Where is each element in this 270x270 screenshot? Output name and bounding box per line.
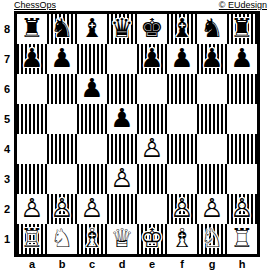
square-g7[interactable]: ♟ — [197, 44, 227, 74]
square-f2[interactable]: ♙ — [167, 194, 197, 224]
square-d6[interactable] — [107, 74, 137, 104]
square-e5[interactable] — [137, 104, 167, 134]
square-b1[interactable]: ♘ — [47, 224, 77, 254]
file-label-f: f — [167, 257, 197, 270]
square-c1[interactable]: ♗ — [77, 224, 107, 254]
piece-white-pawn-f2[interactable]: ♙ — [167, 194, 197, 224]
square-f3[interactable] — [167, 164, 197, 194]
file-label-g: g — [197, 257, 227, 270]
piece-white-pawn-g2[interactable]: ♙ — [197, 194, 227, 224]
square-c2[interactable]: ♙ — [77, 194, 107, 224]
piece-black-pawn-e7[interactable]: ♟ — [137, 44, 167, 74]
app-title: ChessOps — [14, 0, 56, 10]
piece-black-pawn-d5[interactable]: ♟ — [107, 104, 137, 134]
piece-black-knight-b8[interactable]: ♞ — [47, 14, 77, 44]
piece-white-pawn-d3[interactable]: ♙ — [107, 164, 137, 194]
piece-white-pawn-b2[interactable]: ♙ — [47, 194, 77, 224]
chess-board: ♜♞♝♛♚♝♞♜♟♟♟♟♟♟♟♟♙♙♙♙♙♙♙♙♖♘♗♕♔♗♘♖ — [14, 11, 260, 257]
square-f8[interactable]: ♝ — [167, 14, 197, 44]
square-d7[interactable] — [107, 44, 137, 74]
square-b8[interactable]: ♞ — [47, 14, 77, 44]
piece-white-queen-d1[interactable]: ♕ — [107, 224, 137, 254]
square-h8[interactable]: ♜ — [227, 14, 257, 44]
rank-labels: 87654321 — [0, 14, 14, 254]
rank-label-2: 2 — [0, 194, 14, 224]
square-a2[interactable]: ♙ — [17, 194, 47, 224]
square-g5[interactable] — [197, 104, 227, 134]
chessops-window: ChessOps © EUdesign 87654321 ♜♞♝♛♚♝♞♜♟♟♟… — [0, 0, 270, 270]
square-c4[interactable] — [77, 134, 107, 164]
square-f4[interactable] — [167, 134, 197, 164]
rank-label-8: 8 — [0, 14, 14, 44]
piece-black-pawn-b7[interactable]: ♟ — [47, 44, 77, 74]
file-labels: abcdefgh — [17, 257, 257, 270]
piece-white-rook-h1[interactable]: ♖ — [227, 224, 257, 254]
title-bar: ChessOps © EUdesign — [14, 0, 267, 11]
piece-white-rook-a1[interactable]: ♖ — [17, 224, 47, 254]
square-e8[interactable]: ♚ — [137, 14, 167, 44]
rank-label-1: 1 — [0, 224, 14, 254]
piece-black-king-e8[interactable]: ♚ — [137, 14, 167, 44]
piece-white-knight-b1[interactable]: ♘ — [47, 224, 77, 254]
square-b3[interactable] — [47, 164, 77, 194]
square-e1[interactable]: ♔ — [137, 224, 167, 254]
file-label-d: d — [107, 257, 137, 270]
square-d4[interactable] — [107, 134, 137, 164]
piece-black-rook-a8[interactable]: ♜ — [17, 14, 47, 44]
square-c8[interactable]: ♝ — [77, 14, 107, 44]
square-a5[interactable] — [17, 104, 47, 134]
file-label-h: h — [227, 257, 257, 270]
square-b6[interactable] — [47, 74, 77, 104]
square-e2[interactable] — [137, 194, 167, 224]
square-d8[interactable]: ♛ — [107, 14, 137, 44]
square-g8[interactable]: ♞ — [197, 14, 227, 44]
piece-white-bishop-f1[interactable]: ♗ — [167, 224, 197, 254]
square-g4[interactable] — [197, 134, 227, 164]
piece-black-rook-h8[interactable]: ♜ — [227, 14, 257, 44]
square-b7[interactable]: ♟ — [47, 44, 77, 74]
square-a6[interactable] — [17, 74, 47, 104]
credit-label: © EUdesign — [219, 0, 267, 10]
square-b5[interactable] — [47, 104, 77, 134]
square-c5[interactable] — [77, 104, 107, 134]
square-h6[interactable] — [227, 74, 257, 104]
piece-white-pawn-c2[interactable]: ♙ — [77, 194, 107, 224]
piece-white-bishop-c1[interactable]: ♗ — [77, 224, 107, 254]
square-h2[interactable]: ♙ — [227, 194, 257, 224]
piece-black-pawn-c6[interactable]: ♟ — [77, 74, 107, 104]
rank-label-3: 3 — [0, 164, 14, 194]
square-h7[interactable]: ♟ — [227, 44, 257, 74]
square-a7[interactable]: ♟ — [17, 44, 47, 74]
square-f6[interactable] — [167, 74, 197, 104]
piece-white-king-e1[interactable]: ♔ — [137, 224, 167, 254]
file-label-e: e — [137, 257, 167, 270]
square-a1[interactable]: ♖ — [17, 224, 47, 254]
file-label-a: a — [17, 257, 47, 270]
piece-black-knight-g8[interactable]: ♞ — [197, 14, 227, 44]
square-e3[interactable] — [137, 164, 167, 194]
square-a3[interactable] — [17, 164, 47, 194]
square-e6[interactable] — [137, 74, 167, 104]
square-g2[interactable]: ♙ — [197, 194, 227, 224]
piece-black-queen-d8[interactable]: ♛ — [107, 14, 137, 44]
square-d1[interactable]: ♕ — [107, 224, 137, 254]
piece-black-bishop-f8[interactable]: ♝ — [167, 14, 197, 44]
square-g1[interactable]: ♘ — [197, 224, 227, 254]
file-label-c: c — [77, 257, 107, 270]
square-f7[interactable]: ♟ — [167, 44, 197, 74]
square-e4[interactable]: ♙ — [137, 134, 167, 164]
rank-label-5: 5 — [0, 104, 14, 134]
piece-white-knight-g1[interactable]: ♘ — [197, 224, 227, 254]
rank-label-7: 7 — [0, 44, 14, 74]
square-a4[interactable] — [17, 134, 47, 164]
piece-black-pawn-h7[interactable]: ♟ — [227, 44, 257, 74]
square-d3[interactable]: ♙ — [107, 164, 137, 194]
square-d2[interactable] — [107, 194, 137, 224]
square-g3[interactable] — [197, 164, 227, 194]
square-h4[interactable] — [227, 134, 257, 164]
piece-black-bishop-c8[interactable]: ♝ — [77, 14, 107, 44]
square-h1[interactable]: ♖ — [227, 224, 257, 254]
square-c7[interactable] — [77, 44, 107, 74]
square-f5[interactable] — [167, 104, 197, 134]
square-g6[interactable] — [197, 74, 227, 104]
square-c6[interactable]: ♟ — [77, 74, 107, 104]
piece-white-pawn-h2[interactable]: ♙ — [227, 194, 257, 224]
square-h5[interactable] — [227, 104, 257, 134]
piece-white-pawn-e4[interactable]: ♙ — [137, 134, 167, 164]
square-a8[interactable]: ♜ — [17, 14, 47, 44]
square-h3[interactable] — [227, 164, 257, 194]
piece-white-pawn-a2[interactable]: ♙ — [17, 194, 47, 224]
square-c3[interactable] — [77, 164, 107, 194]
square-b4[interactable] — [47, 134, 77, 164]
file-label-b: b — [47, 257, 77, 270]
piece-black-pawn-a7[interactable]: ♟ — [17, 44, 47, 74]
piece-black-pawn-g7[interactable]: ♟ — [197, 44, 227, 74]
square-d5[interactable]: ♟ — [107, 104, 137, 134]
square-e7[interactable]: ♟ — [137, 44, 167, 74]
square-f1[interactable]: ♗ — [167, 224, 197, 254]
rank-label-6: 6 — [0, 74, 14, 104]
piece-black-pawn-f7[interactable]: ♟ — [167, 44, 197, 74]
rank-label-4: 4 — [0, 134, 14, 164]
square-b2[interactable]: ♙ — [47, 194, 77, 224]
